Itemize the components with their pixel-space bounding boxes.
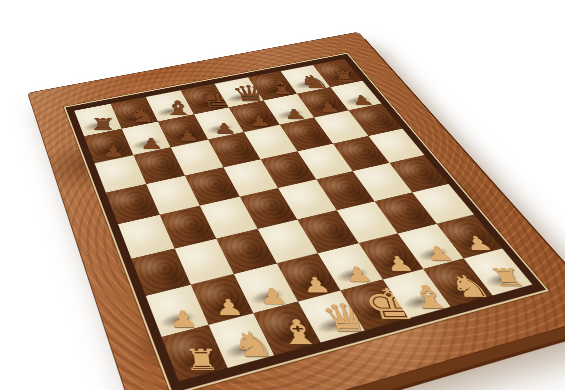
white-knight-b1[interactable]: ♞ [229, 331, 267, 360]
black-pawn-g7[interactable]: ♟ [314, 102, 342, 113]
board-inner-border: ♜♞♝♚♛♝♞♜♟♟♟♟♟♟♟♟♟♟♟♟♟♟♟♟♜♞♝♛♚♝♞♜ [66, 54, 546, 390]
white-rook-a1[interactable]: ♜ [183, 348, 219, 373]
white-pawn-g2[interactable]: ♟ [421, 245, 458, 262]
black-bishop-f8[interactable]: ♝ [263, 80, 291, 96]
photo-background: ♜♞♝♚♛♝♞♜♟♟♟♟♟♟♟♟♟♟♟♟♟♟♟♟♜♞♝♛♚♝♞♜ [0, 0, 565, 390]
white-pawn-a2[interactable]: ♟ [166, 309, 200, 328]
black-rook-a8[interactable]: ♜ [89, 117, 115, 131]
black-pawn-a7[interactable]: ♟ [100, 145, 127, 158]
white-bishop-c1[interactable]: ♝ [274, 318, 313, 347]
black-bishop-c8[interactable]: ♝ [161, 100, 188, 117]
black-pawn-d7[interactable]: ♟ [211, 123, 239, 135]
scene: ♜♞♝♚♛♝♞♜♟♟♟♟♟♟♟♟♟♟♟♟♟♟♟♟♜♞♝♛♚♝♞♜ [0, 0, 565, 390]
black-pawn-b7[interactable]: ♟ [138, 137, 165, 150]
white-pawn-b2[interactable]: ♟ [211, 298, 246, 317]
black-rook-h8[interactable]: ♜ [329, 71, 357, 83]
board-grid: ♜♞♝♚♛♝♞♜♟♟♟♟♟♟♟♟♟♟♟♟♟♟♟♟♜♞♝♛♚♝♞♜ [74, 59, 532, 381]
black-pawn-f7[interactable]: ♟ [281, 108, 309, 120]
black-knight-b8[interactable]: ♞ [126, 107, 152, 124]
white-pawn-d2[interactable]: ♟ [298, 276, 333, 294]
white-pawn-c2[interactable]: ♟ [255, 287, 290, 305]
black-pawn-e7[interactable]: ♟ [246, 115, 274, 127]
chess-board[interactable]: ♜♞♝♚♛♝♞♜♟♟♟♟♟♟♟♟♟♟♟♟♟♟♟♟♜♞♝♛♚♝♞♜ [28, 32, 565, 390]
white-pawn-f2[interactable]: ♟ [381, 255, 417, 272]
black-knight-g8[interactable]: ♞ [296, 74, 324, 89]
black-pawn-c7[interactable]: ♟ [175, 130, 202, 142]
